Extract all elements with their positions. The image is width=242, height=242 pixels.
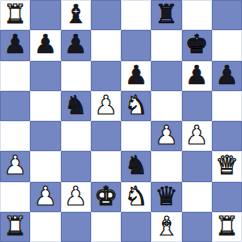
square-h4[interactable] xyxy=(212,121,242,151)
piece-black-queen[interactable]: ♛ xyxy=(155,183,178,209)
square-d6[interactable] xyxy=(91,61,121,91)
square-c8[interactable]: ♝ xyxy=(61,0,91,30)
square-e4[interactable] xyxy=(121,121,151,151)
piece-white-pawn[interactable]: ♟ xyxy=(34,183,57,209)
square-c4[interactable] xyxy=(61,121,91,151)
piece-black-pawn[interactable]: ♟ xyxy=(185,62,208,88)
piece-black-pawn[interactable]: ♟ xyxy=(215,62,238,88)
square-d1[interactable] xyxy=(91,212,121,242)
square-g6[interactable]: ♟ xyxy=(182,61,212,91)
square-e1[interactable] xyxy=(121,212,151,242)
square-f7[interactable] xyxy=(151,30,181,60)
piece-white-pawn[interactable]: ♟ xyxy=(3,152,26,178)
square-d5[interactable]: ♟ xyxy=(91,91,121,121)
square-e8[interactable] xyxy=(121,0,151,30)
square-a2[interactable] xyxy=(0,182,30,212)
piece-white-knight[interactable]: ♞ xyxy=(124,92,147,118)
piece-white-pawn[interactable]: ♟ xyxy=(185,122,208,148)
piece-black-pawn[interactable]: ♟ xyxy=(34,31,57,57)
square-a7[interactable]: ♟ xyxy=(0,30,30,60)
square-b2[interactable]: ♟ xyxy=(30,182,60,212)
square-f8[interactable]: ♜ xyxy=(151,0,181,30)
square-g4[interactable]: ♟ xyxy=(182,121,212,151)
square-d4[interactable] xyxy=(91,121,121,151)
square-f3[interactable] xyxy=(151,151,181,181)
square-e6[interactable]: ♟ xyxy=(121,61,151,91)
square-b3[interactable] xyxy=(30,151,60,181)
square-a1[interactable]: ♜ xyxy=(0,212,30,242)
square-h3[interactable]: ♛ xyxy=(212,151,242,181)
square-b4[interactable] xyxy=(30,121,60,151)
piece-white-rook[interactable]: ♜ xyxy=(3,1,26,27)
piece-black-rook[interactable]: ♜ xyxy=(155,1,178,27)
square-a3[interactable]: ♟ xyxy=(0,151,30,181)
square-g1[interactable] xyxy=(182,212,212,242)
square-a5[interactable] xyxy=(0,91,30,121)
square-f6[interactable] xyxy=(151,61,181,91)
square-b7[interactable]: ♟ xyxy=(30,30,60,60)
square-e5[interactable]: ♞ xyxy=(121,91,151,121)
square-c6[interactable] xyxy=(61,61,91,91)
square-g2[interactable] xyxy=(182,182,212,212)
square-b5[interactable] xyxy=(30,91,60,121)
square-c2[interactable]: ♟ xyxy=(61,182,91,212)
square-h6[interactable]: ♟ xyxy=(212,61,242,91)
square-h7[interactable] xyxy=(212,30,242,60)
square-g3[interactable] xyxy=(182,151,212,181)
piece-white-pawn[interactable]: ♟ xyxy=(94,92,117,118)
square-g7[interactable]: ♚ xyxy=(182,30,212,60)
piece-black-knight[interactable]: ♞ xyxy=(124,152,147,178)
square-a8[interactable]: ♜ xyxy=(0,0,30,30)
piece-white-knight[interactable]: ♞ xyxy=(124,183,147,209)
piece-white-rook[interactable]: ♜ xyxy=(215,213,238,239)
piece-white-king[interactable]: ♚ xyxy=(94,183,117,209)
piece-black-bishop[interactable]: ♝ xyxy=(64,1,87,27)
square-c5[interactable]: ♞ xyxy=(61,91,91,121)
square-c7[interactable]: ♟ xyxy=(61,30,91,60)
square-f2[interactable]: ♛ xyxy=(151,182,181,212)
square-e3[interactable]: ♞ xyxy=(121,151,151,181)
square-h8[interactable] xyxy=(212,0,242,30)
square-h5[interactable] xyxy=(212,91,242,121)
square-g8[interactable] xyxy=(182,0,212,30)
piece-white-pawn[interactable]: ♟ xyxy=(64,183,87,209)
square-b6[interactable] xyxy=(30,61,60,91)
piece-white-rook[interactable]: ♜ xyxy=(3,213,26,239)
square-d3[interactable] xyxy=(91,151,121,181)
square-h1[interactable]: ♜ xyxy=(212,212,242,242)
piece-black-pawn[interactable]: ♟ xyxy=(3,31,26,57)
square-c1[interactable] xyxy=(61,212,91,242)
square-c3[interactable] xyxy=(61,151,91,181)
square-d7[interactable] xyxy=(91,30,121,60)
piece-white-queen[interactable]: ♛ xyxy=(215,152,238,178)
chess-board: ♜♝♜♟♟♟♚♟♟♟♞♟♞♟♟♟♞♛♟♟♚♞♛♜♝♜ xyxy=(0,0,242,242)
square-g5[interactable] xyxy=(182,91,212,121)
square-f1[interactable]: ♝ xyxy=(151,212,181,242)
square-b1[interactable] xyxy=(30,212,60,242)
square-a6[interactable] xyxy=(0,61,30,91)
piece-black-king[interactable]: ♚ xyxy=(185,31,208,57)
square-e7[interactable] xyxy=(121,30,151,60)
square-a4[interactable] xyxy=(0,121,30,151)
square-d2[interactable]: ♚ xyxy=(91,182,121,212)
piece-black-pawn[interactable]: ♟ xyxy=(64,31,87,57)
square-f5[interactable] xyxy=(151,91,181,121)
piece-white-bishop[interactable]: ♝ xyxy=(155,213,178,239)
square-f4[interactable]: ♟ xyxy=(151,121,181,151)
piece-white-pawn[interactable]: ♟ xyxy=(155,122,178,148)
square-b8[interactable] xyxy=(30,0,60,30)
piece-black-knight[interactable]: ♞ xyxy=(64,92,87,118)
square-h2[interactable] xyxy=(212,182,242,212)
square-e2[interactable]: ♞ xyxy=(121,182,151,212)
piece-black-pawn[interactable]: ♟ xyxy=(124,62,147,88)
square-d8[interactable] xyxy=(91,0,121,30)
